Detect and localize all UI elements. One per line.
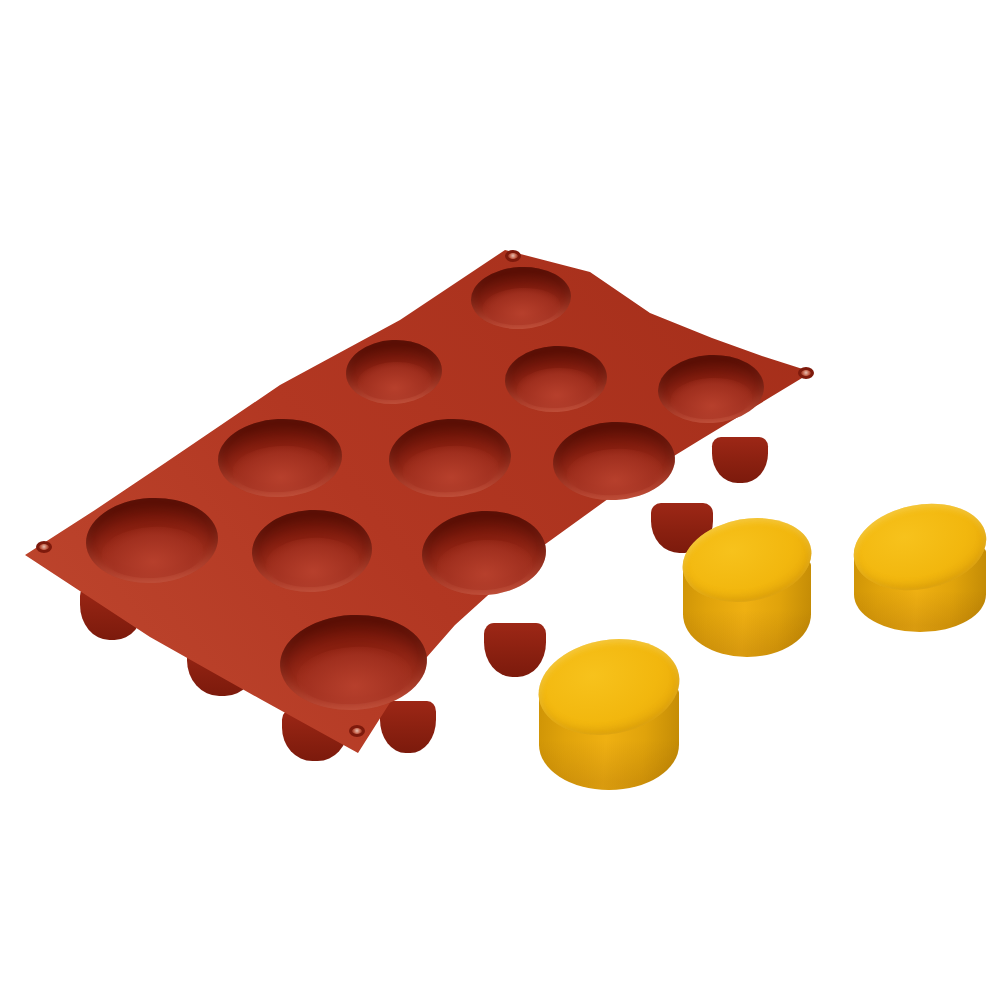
cake-cylinder [538,640,680,794]
corner-hang-hole [36,541,52,553]
corner-hang-hole [349,725,365,737]
cake-cylinder [853,505,987,636]
corner-hang-hole [798,367,814,379]
cake-cylinder [682,519,812,661]
scene [0,0,1000,1000]
corner-hang-hole [505,250,521,262]
